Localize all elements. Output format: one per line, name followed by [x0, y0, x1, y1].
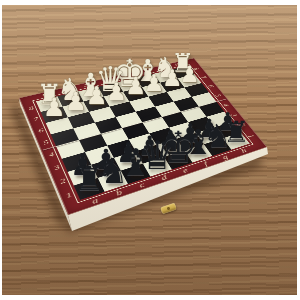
rank-label-7: 7: [193, 72, 214, 82]
rank-label-6: 6: [200, 81, 221, 91]
rank-label-2: 2: [231, 119, 254, 131]
chess-scene: 87654321 87654321 abcdefgh abcdefgh ♜♞♝♟…: [0, 0, 300, 300]
brass-clasp-icon: [160, 203, 176, 215]
rank-label-8: 8: [186, 64, 207, 73]
rank-label-3: 3: [223, 109, 246, 121]
rank-label-1: 1: [239, 130, 262, 143]
